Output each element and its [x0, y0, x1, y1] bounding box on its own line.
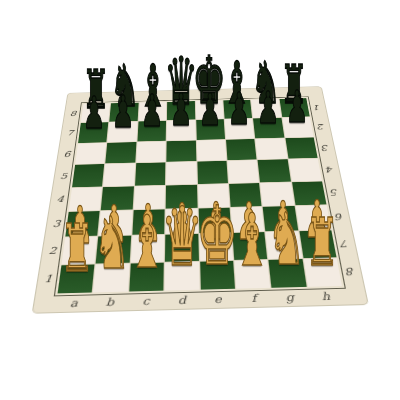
coordinate-label-e: e — [200, 289, 237, 310]
square-h6[interactable] — [285, 137, 318, 158]
piece-white-rook-h1[interactable]: ♜ — [305, 209, 339, 275]
coordinate-label-f: f — [235, 288, 273, 309]
square-d5[interactable] — [166, 162, 196, 185]
coordinate-label-6: 6 — [56, 143, 78, 165]
coordinate-label-h: h — [306, 286, 345, 307]
piece-white-king-e1[interactable]: ♚ — [196, 196, 238, 277]
coordinate-label-8: 8 — [336, 256, 364, 286]
coordinate-label-c: c — [128, 291, 165, 312]
square-b6[interactable] — [106, 142, 137, 163]
coordinate-label-d: d — [164, 290, 200, 311]
square-c6[interactable] — [136, 141, 166, 162]
chessboard-photo: abcdefgh abcdefgh 87654321 12345678 ♜♞♝♛… — [0, 0, 400, 400]
square-b5[interactable] — [103, 163, 135, 186]
square-e5[interactable] — [197, 161, 228, 184]
coordinate-label-7: 7 — [59, 123, 81, 144]
piece-black-pawn-c7[interactable]: ♟ — [141, 90, 164, 134]
piece-black-pawn-b7[interactable]: ♟ — [112, 91, 135, 135]
square-a5[interactable] — [72, 164, 104, 187]
coordinate-label-5: 5 — [52, 165, 75, 188]
square-g6[interactable] — [255, 138, 287, 159]
piece-black-pawn-d7[interactable]: ♟ — [170, 89, 193, 133]
coordinate-label-8: 8 — [62, 104, 83, 124]
coordinate-label-1: 1 — [306, 98, 328, 117]
piece-black-pawn-a7[interactable]: ♟ — [83, 91, 106, 135]
coordinate-label-3: 3 — [314, 137, 337, 159]
square-g5[interactable] — [258, 159, 291, 182]
piece-black-pawn-e7[interactable]: ♟ — [199, 88, 222, 132]
coordinate-label-1: 1 — [35, 264, 62, 294]
coordinate-label-4: 4 — [318, 158, 342, 181]
piece-black-pawn-g7[interactable]: ♟ — [257, 87, 280, 131]
coordinate-label-2: 2 — [310, 117, 333, 137]
coordinate-label-g: g — [271, 287, 309, 308]
piece-black-pawn-h7[interactable]: ♟ — [286, 86, 309, 130]
square-f6[interactable] — [226, 139, 257, 160]
piece-black-pawn-f7[interactable]: ♟ — [228, 88, 251, 132]
coordinate-label-b: b — [91, 292, 128, 313]
square-f5[interactable] — [227, 160, 259, 183]
piece-white-knight-b1[interactable]: ♞ — [94, 208, 131, 280]
square-e6[interactable] — [196, 140, 226, 161]
coordinate-label-a: a — [55, 292, 93, 313]
square-h5[interactable] — [288, 159, 322, 182]
piece-white-bishop-c1[interactable]: ♝ — [129, 207, 166, 279]
piece-white-knight-g1[interactable]: ♞ — [268, 203, 305, 275]
square-d6[interactable] — [166, 140, 195, 161]
square-c5[interactable] — [135, 163, 166, 186]
piece-white-bishop-f1[interactable]: ♝ — [233, 204, 270, 276]
square-a6[interactable] — [75, 143, 106, 164]
piece-white-rook-a1[interactable]: ♜ — [60, 215, 94, 281]
